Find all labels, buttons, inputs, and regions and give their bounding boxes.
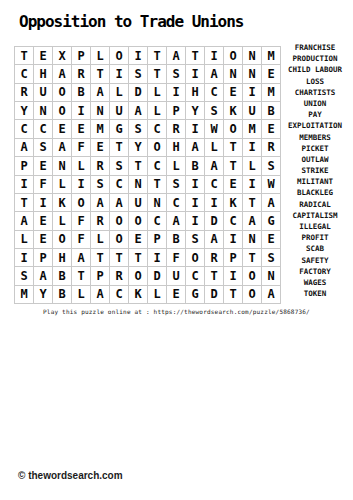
grid-cell-r9c1[interactable]: T [15,194,34,212]
grid-cell-r6c13[interactable]: I [243,139,262,157]
grid-cell-r4c7[interactable]: A [129,102,148,120]
grid-cell-r14c10[interactable]: G [186,286,205,304]
grid-cell-r9c8[interactable]: N [148,194,167,212]
word-list-item: STRIKE [281,165,349,176]
grid-cell-r8c14[interactable]: W [262,176,281,194]
grid-cell-r12c14[interactable]: S [262,249,281,267]
grid-cell-r9c3[interactable]: K [53,194,72,212]
grid-cell-r3c2[interactable]: U [34,84,53,102]
grid-cell-r10c7[interactable]: O [129,212,148,230]
grid-cell-r9c2[interactable]: I [34,194,53,212]
grid-cell-r4c9[interactable]: P [167,102,186,120]
grid-cell-r10c2[interactable]: E [34,212,53,230]
grid-cell-r3c5[interactable]: A [91,84,110,102]
grid-cell-r6c12[interactable]: T [224,139,243,157]
grid-cell-r1c6[interactable]: O [110,47,129,65]
grid-cell-r9c10[interactable]: I [186,194,205,212]
grid-cell-r13c13[interactable]: O [243,267,262,285]
grid-cell-r11c7[interactable]: E [129,231,148,249]
grid-cell-r11c3[interactable]: O [53,231,72,249]
grid-cell-r2c12[interactable]: N [224,65,243,83]
grid-cell-r9c5[interactable]: A [91,194,110,212]
grid-cell-r9c9[interactable]: C [167,194,186,212]
grid-cell-r4c6[interactable]: U [110,102,129,120]
grid-cell-r11c12[interactable]: I [224,231,243,249]
word-list: FRANCHISEPRODUCTIONCHILD LABOURLOSSCHART… [281,42,349,299]
grid-cell-r12c8[interactable]: I [148,249,167,267]
grid-cell-r8c4[interactable]: I [72,176,91,194]
grid-cell-r8c7[interactable]: N [129,176,148,194]
grid-cell-r2c2[interactable]: H [34,65,53,83]
grid-cell-r1c2[interactable]: E [34,47,53,65]
grid-cell-r9c6[interactable]: A [110,194,129,212]
grid-cell-r2c13[interactable]: N [243,65,262,83]
grid-cell-r14c1[interactable]: M [15,286,34,304]
grid-cell-r3c9[interactable]: I [167,84,186,102]
grid-cell-r9c11[interactable]: I [205,194,224,212]
grid-cell-r10c10[interactable]: I [186,212,205,230]
grid-cell-r11c1[interactable]: L [15,231,34,249]
grid-cell-r7c3[interactable]: N [53,157,72,175]
grid-cell-r7c13[interactable]: L [243,157,262,175]
grid-cell-r2c5[interactable]: T [91,65,110,83]
grid-cell-r11c14[interactable]: E [262,231,281,249]
grid-cell-r6c3[interactable]: A [53,139,72,157]
grid-cell-r13c1[interactable]: S [15,267,34,285]
grid-cell-r3c6[interactable]: L [110,84,129,102]
word-list-item: OUTLAW [281,154,349,165]
word-list-item: FRANCHISE [281,42,349,53]
grid-cell-r1c11[interactable]: I [205,47,224,65]
grid-cell-r7c12[interactable]: T [224,157,243,175]
grid-cell-r11c4[interactable]: F [72,231,91,249]
grid-cell-r9c12[interactable]: K [224,194,243,212]
grid-cell-r10c5[interactable]: R [91,212,110,230]
grid-cell-r10c1[interactable]: A [15,212,34,230]
grid-cell-r1c14[interactable]: M [262,47,281,65]
grid-cell-r6c6[interactable]: T [110,139,129,157]
grid-cell-r2c7[interactable]: S [129,65,148,83]
grid-cell-r5c12[interactable]: O [224,120,243,138]
grid-cell-r14c13[interactable]: O [243,286,262,304]
grid-cell-r14c6[interactable]: C [110,286,129,304]
grid-cell-r14c7[interactable]: K [129,286,148,304]
grid-cell-r7c14[interactable]: S [262,157,281,175]
grid-cell-r3c12[interactable]: E [224,84,243,102]
word-list-item: WAGES [281,277,349,288]
grid-cell-r8c12[interactable]: E [224,176,243,194]
grid-cell-r11c8[interactable]: P [148,231,167,249]
grid-cell-r13c10[interactable]: C [186,267,205,285]
grid-cell-r2c1[interactable]: C [15,65,34,83]
grid-cell-r6c1[interactable]: A [15,139,34,157]
grid-cell-r4c5[interactable]: N [91,102,110,120]
word-list-item: SCAB [281,243,349,254]
grid-cell-r4c1[interactable]: Y [15,102,34,120]
word-list-item: LOSS [281,76,349,87]
word-list-item: EXPLOITATION [281,120,349,131]
grid-cell-r3c11[interactable]: C [205,84,224,102]
grid-cell-r13c12[interactable]: I [224,267,243,285]
word-list-item: PAY [281,109,349,120]
grid-cell-r13c14[interactable]: N [262,267,281,285]
word-list-item: SAFETY [281,255,349,266]
grid-cell-r12c12[interactable]: P [224,249,243,267]
grid-cell-r11c13[interactable]: N [243,231,262,249]
grid-cell-r3c13[interactable]: I [243,84,262,102]
grid-cell-r12c11[interactable]: R [205,249,224,267]
grid-cell-r4c14[interactable]: B [262,102,281,120]
word-list-item: CAPITALISM [281,210,349,221]
grid-cell-r9c4[interactable]: O [72,194,91,212]
word-list-item: FACTORY [281,266,349,277]
word-list-item: PROFIT [281,232,349,243]
grid-cell-r12c2[interactable]: P [34,249,53,267]
word-list-item: MEMBERS [281,132,349,143]
grid-cell-r10c8[interactable]: C [148,212,167,230]
word-list-item: PRODUCTION [281,53,349,64]
grid-cell-r14c14[interactable]: A [262,286,281,304]
grid-cell-r7c9[interactable]: L [167,157,186,175]
grid-cell-r8c2[interactable]: F [34,176,53,194]
grid-cell-r6c14[interactable]: R [262,139,281,157]
grid-cell-r2c6[interactable]: I [110,65,129,83]
grid-cell-r11c6[interactable]: O [110,231,129,249]
word-list-item: ILLEGAL [281,221,349,232]
grid-cell-r12c10[interactable]: O [186,249,205,267]
grid-cell-r12c5[interactable]: T [91,249,110,267]
grid-cell-r12c9[interactable]: F [167,249,186,267]
grid-cell-r1c1[interactable]: T [15,47,34,65]
grid-cell-r13c2[interactable]: A [34,267,53,285]
grid-cell-r13c8[interactable]: D [148,267,167,285]
grid-cell-r1c12[interactable]: O [224,47,243,65]
word-list-item: MILITANT [281,176,349,187]
grid-cell-r14c9[interactable]: E [167,286,186,304]
grid-cell-r5c8[interactable]: C [148,120,167,138]
grid-cell-r1c7[interactable]: I [129,47,148,65]
grid-cell-r12c7[interactable]: T [129,249,148,267]
grid-cell-r4c2[interactable]: N [34,102,53,120]
grid-cell-r5c13[interactable]: M [243,120,262,138]
grid-cell-r5c11[interactable]: W [205,120,224,138]
grid-cell-r7c6[interactable]: S [110,157,129,175]
grid-cell-r5c9[interactable]: R [167,120,186,138]
word-search-grid: TEXPLOITATIONMCHARTISTSIANNERUOBALDLIHCE… [14,46,281,304]
grid-cell-r5c6[interactable]: G [110,120,129,138]
grid-cell-r14c5[interactable]: A [91,286,110,304]
grid-cell-r7c11[interactable]: A [205,157,224,175]
grid-cell-r9c14[interactable]: A [262,194,281,212]
grid-cell-r1c5[interactable]: L [91,47,110,65]
grid-cell-r10c4[interactable]: F [72,212,91,230]
grid-cell-r11c2[interactable]: E [34,231,53,249]
grid-cell-r11c5[interactable]: L [91,231,110,249]
word-list-item: TOKEN [281,288,349,299]
grid-cell-r7c10[interactable]: B [186,157,205,175]
grid-cell-r13c5[interactable]: P [91,267,110,285]
grid-cell-r13c6[interactable]: R [110,267,129,285]
grid-cell-r3c14[interactable]: M [262,84,281,102]
grid-cell-r2c4[interactable]: R [72,65,91,83]
grid-cell-r13c7[interactable]: O [129,267,148,285]
grid-cell-r10c14[interactable]: G [262,212,281,230]
grid-cell-r7c7[interactable]: T [129,157,148,175]
grid-cell-r6c4[interactable]: F [72,139,91,157]
grid-cell-r13c3[interactable]: B [53,267,72,285]
grid-cell-r9c7[interactable]: U [129,194,148,212]
grid-cell-r14c3[interactable]: B [53,286,72,304]
grid-cell-r3c7[interactable]: D [129,84,148,102]
grid-cell-r8c10[interactable]: I [186,176,205,194]
grid-cell-r12c6[interactable]: T [110,249,129,267]
grid-cell-r13c11[interactable]: T [205,267,224,285]
grid-cell-r10c11[interactable]: D [205,212,224,230]
grid-cell-r2c14[interactable]: E [262,65,281,83]
play-online-text: Play this puzzle online at : https://the… [0,308,353,315]
grid-cell-r6c11[interactable]: L [205,139,224,157]
word-list-item: RADICAL [281,199,349,210]
copyright: © thewordsearch.com [18,470,123,481]
grid-cell-r4c8[interactable]: L [148,102,167,120]
grid-cell-r6c5[interactable]: E [91,139,110,157]
grid-cell-r14c11[interactable]: D [205,286,224,304]
grid-cell-r1c8[interactable]: T [148,47,167,65]
grid-cell-r4c13[interactable]: U [243,102,262,120]
grid-cell-r5c7[interactable]: S [129,120,148,138]
grid-cell-r13c4[interactable]: T [72,267,91,285]
grid-cell-r14c12[interactable]: T [224,286,243,304]
grid-cell-r7c8[interactable]: C [148,157,167,175]
puzzle-title: Opposition to Trade Unions [19,12,243,31]
grid-cell-r6c8[interactable]: O [148,139,167,157]
grid-cell-r14c8[interactable]: L [148,286,167,304]
grid-cell-r7c1[interactable]: P [15,157,34,175]
grid-cell-r2c10[interactable]: I [186,65,205,83]
grid-cell-r10c3[interactable]: L [53,212,72,230]
grid-cell-r6c7[interactable]: Y [129,139,148,157]
grid-cell-r14c4[interactable]: L [72,286,91,304]
grid-cell-r12c3[interactable]: H [53,249,72,267]
grid-cell-r6c10[interactable]: A [186,139,205,157]
grid-cell-r5c3[interactable]: E [53,120,72,138]
grid-cell-r6c2[interactable]: S [34,139,53,157]
grid-cell-r4c12[interactable]: K [224,102,243,120]
grid-cell-r3c4[interactable]: B [72,84,91,102]
grid-cell-r8c1[interactable]: I [15,176,34,194]
grid-cell-r3c1[interactable]: R [15,84,34,102]
grid-cell-r12c1[interactable]: I [15,249,34,267]
grid-cell-r13c9[interactable]: U [167,267,186,285]
grid-cell-r11c11[interactable]: A [205,231,224,249]
grid-cell-r8c3[interactable]: L [53,176,72,194]
grid-cell-r5c10[interactable]: I [186,120,205,138]
grid-cell-r1c9[interactable]: A [167,47,186,65]
grid-cell-r12c13[interactable]: T [243,249,262,267]
grid-cell-r8c13[interactable]: I [243,176,262,194]
grid-cell-r2c3[interactable]: A [53,65,72,83]
grid-cell-r2c9[interactable]: S [167,65,186,83]
grid-cell-r4c10[interactable]: Y [186,102,205,120]
grid-cell-r8c8[interactable]: T [148,176,167,194]
grid-cell-r7c2[interactable]: E [34,157,53,175]
grid-cell-r1c4[interactable]: P [72,47,91,65]
grid-cell-r2c8[interactable]: T [148,65,167,83]
grid-cell-r3c8[interactable]: L [148,84,167,102]
grid-cell-r6c9[interactable]: H [167,139,186,157]
grid-cell-r10c12[interactable]: C [224,212,243,230]
grid-cell-r5c1[interactable]: C [15,120,34,138]
grid-cell-r1c13[interactable]: N [243,47,262,65]
grid-cell-r11c10[interactable]: S [186,231,205,249]
word-list-item: CHILD LABOUR [281,64,349,75]
grid-cell-r1c10[interactable]: T [186,47,205,65]
grid-cell-r8c5[interactable]: S [91,176,110,194]
grid-cell-r14c2[interactable]: Y [34,286,53,304]
grid-cell-r1c3[interactable]: X [53,47,72,65]
grid-cell-r4c4[interactable]: I [72,102,91,120]
grid-cell-r3c10[interactable]: H [186,84,205,102]
grid-cell-r9c13[interactable]: T [243,194,262,212]
grid-cell-r5c2[interactable]: C [34,120,53,138]
grid-cell-r8c9[interactable]: S [167,176,186,194]
grid-cell-r5c14[interactable]: E [262,120,281,138]
grid-cell-r5c5[interactable]: M [91,120,110,138]
grid-cell-r8c6[interactable]: C [110,176,129,194]
grid-cell-r11c9[interactable]: B [167,231,186,249]
grid-cell-r10c9[interactable]: A [167,212,186,230]
grid-cell-r7c5[interactable]: R [91,157,110,175]
grid-cell-r7c4[interactable]: L [72,157,91,175]
grid-cell-r5c4[interactable]: E [72,120,91,138]
grid-cell-r4c11[interactable]: S [205,102,224,120]
word-list-item: CHARTISTS [281,87,349,98]
word-list-item: PICKET [281,143,349,154]
word-list-item: UNION [281,98,349,109]
grid-cell-r2c11[interactable]: A [205,65,224,83]
word-list-item: BLACKLEG [281,187,349,198]
grid-cell-r4c3[interactable]: O [53,102,72,120]
grid-cell-r12c4[interactable]: A [72,249,91,267]
grid-cell-r8c11[interactable]: C [205,176,224,194]
grid-cell-r10c6[interactable]: O [110,212,129,230]
grid-cell-r10c13[interactable]: A [243,212,262,230]
grid-cell-r3c3[interactable]: O [53,84,72,102]
